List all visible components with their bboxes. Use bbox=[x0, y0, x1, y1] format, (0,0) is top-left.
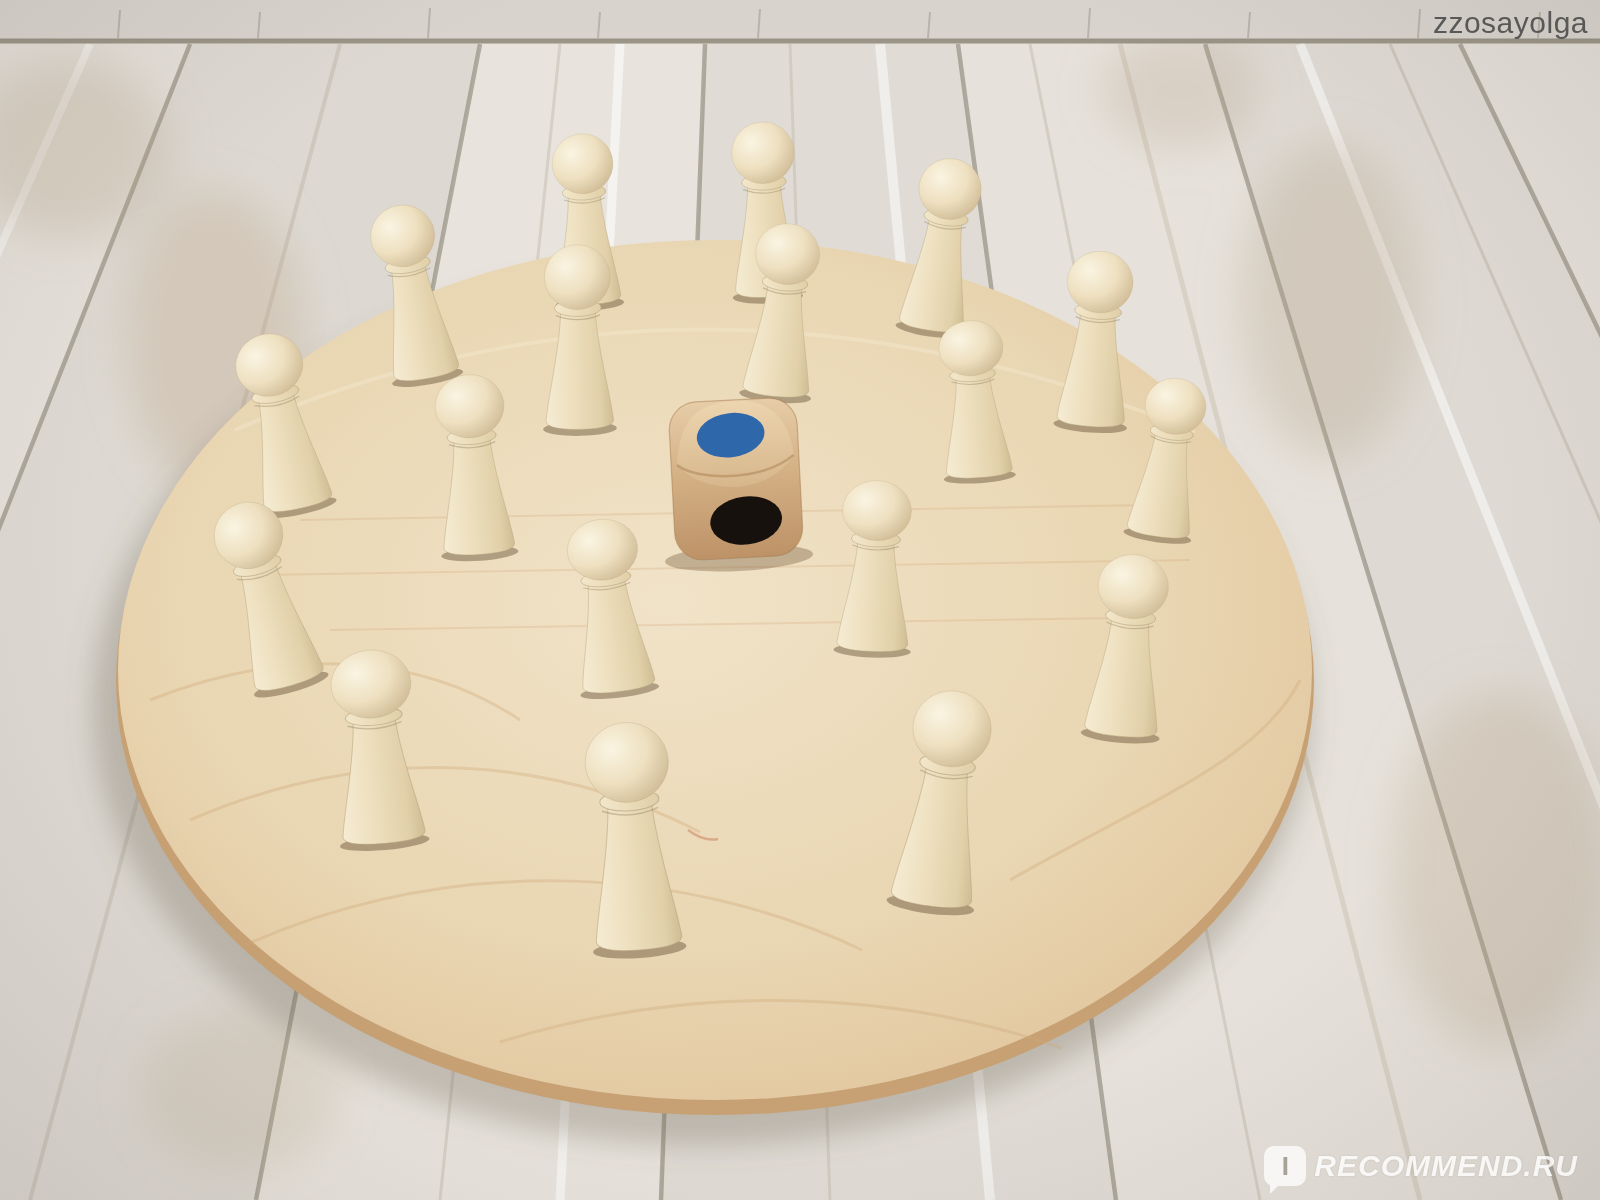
die[interactable] bbox=[657, 396, 814, 575]
watermark-recommend: I RECOMMEND.RU bbox=[1264, 1146, 1578, 1186]
speech-bubble-i-icon: I bbox=[1264, 1146, 1306, 1186]
top-cross-plank bbox=[0, 0, 1600, 40]
watermark-author: zzosayolga bbox=[1433, 6, 1588, 40]
memory-chess-photo: zzosayolga I RECOMMEND.RU bbox=[0, 0, 1600, 1200]
watermark-recommend-text: RECOMMEND.RU bbox=[1314, 1149, 1578, 1183]
